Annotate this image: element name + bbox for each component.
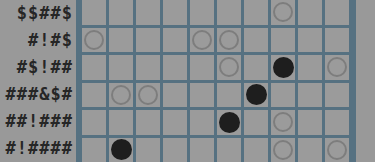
cell-r1c1[interactable] [82, 0, 106, 25]
cell-r1c3[interactable] [136, 0, 160, 25]
right-margin [356, 0, 375, 162]
cell-r4c4[interactable] [163, 83, 187, 108]
cell-r6c4[interactable] [163, 138, 187, 163]
cell-r5c4[interactable] [163, 110, 187, 135]
cell-r5c2[interactable] [109, 110, 133, 135]
cell-r3c2[interactable] [109, 55, 133, 80]
cell-r3c4[interactable] [163, 55, 187, 80]
cell-r1c9[interactable] [298, 0, 322, 25]
black-stone [246, 84, 267, 105]
cell-r2c1[interactable] [82, 28, 106, 53]
row-label-3: #$!## [0, 54, 76, 81]
cell-r2c9[interactable] [298, 28, 322, 53]
cell-r4c6[interactable] [217, 83, 241, 108]
cell-r4c2[interactable] [109, 83, 133, 108]
row-label-2: #!#$ [0, 27, 76, 54]
white-stone [273, 140, 293, 160]
cell-r6c7[interactable] [244, 138, 268, 163]
cell-r1c5[interactable] [190, 0, 214, 25]
cell-r3c8[interactable] [271, 55, 295, 80]
white-stone [327, 57, 347, 77]
cell-r2c4[interactable] [163, 28, 187, 53]
white-stone [192, 30, 212, 50]
cell-r5c3[interactable] [136, 110, 160, 135]
cell-r5c6[interactable] [217, 110, 241, 135]
cell-r5c5[interactable] [190, 110, 214, 135]
cell-r3c9[interactable] [298, 55, 322, 80]
row-label-4: ###&$# [0, 81, 76, 108]
cell-r4c9[interactable] [298, 83, 322, 108]
row-labels: $$##$ #!#$ #$!## ###&$# ##!### #!#### [0, 0, 76, 162]
cell-r1c6[interactable] [217, 0, 241, 25]
cell-r3c6[interactable] [217, 55, 241, 80]
cell-r4c1[interactable] [82, 83, 106, 108]
cell-r6c3[interactable] [136, 138, 160, 163]
white-stone [327, 140, 347, 160]
cell-r4c10[interactable] [325, 83, 349, 108]
cell-r5c9[interactable] [298, 110, 322, 135]
cell-r1c4[interactable] [163, 0, 187, 25]
cell-r6c2[interactable] [109, 138, 133, 163]
cell-r6c5[interactable] [190, 138, 214, 163]
cell-r4c3[interactable] [136, 83, 160, 108]
cell-r1c8[interactable] [271, 0, 295, 25]
cell-r4c7[interactable] [244, 83, 268, 108]
cell-r2c8[interactable] [271, 28, 295, 53]
black-stone [219, 112, 240, 133]
white-stone [219, 57, 239, 77]
white-stone [273, 2, 293, 22]
black-stone [273, 57, 294, 78]
cell-r3c10[interactable] [325, 55, 349, 80]
white-stone [273, 112, 293, 132]
cell-r2c2[interactable] [109, 28, 133, 53]
cell-r1c10[interactable] [325, 0, 349, 25]
white-stone [111, 85, 131, 105]
row-label-1: $$##$ [0, 0, 76, 27]
black-stone [111, 139, 132, 160]
cell-r6c6[interactable] [217, 138, 241, 163]
cell-r4c8[interactable] [271, 83, 295, 108]
white-stone [138, 85, 158, 105]
cell-r5c10[interactable] [325, 110, 349, 135]
cell-r3c1[interactable] [82, 55, 106, 80]
white-stone [84, 30, 104, 50]
cell-r2c5[interactable] [190, 28, 214, 53]
row-label-5: ##!### [0, 108, 76, 135]
white-stone [219, 30, 239, 50]
cell-r2c7[interactable] [244, 28, 268, 53]
cell-r6c9[interactable] [298, 138, 322, 163]
cell-r3c5[interactable] [190, 55, 214, 80]
game-board [76, 0, 356, 162]
cell-r6c10[interactable] [325, 138, 349, 163]
cell-r5c1[interactable] [82, 110, 106, 135]
cell-r3c7[interactable] [244, 55, 268, 80]
screenshot-root: $$##$ #!#$ #$!## ###&$# ##!### #!#### [0, 0, 375, 162]
cell-r1c2[interactable] [109, 0, 133, 25]
cell-r5c8[interactable] [271, 110, 295, 135]
cell-r6c8[interactable] [271, 138, 295, 163]
cell-r5c7[interactable] [244, 110, 268, 135]
cell-r1c7[interactable] [244, 0, 268, 25]
cell-r2c6[interactable] [217, 28, 241, 53]
cell-r4c5[interactable] [190, 83, 214, 108]
cell-r2c10[interactable] [325, 28, 349, 53]
row-label-6: #!#### [0, 135, 76, 162]
cell-r6c1[interactable] [82, 138, 106, 163]
cell-r2c3[interactable] [136, 28, 160, 53]
cell-r3c3[interactable] [136, 55, 160, 80]
